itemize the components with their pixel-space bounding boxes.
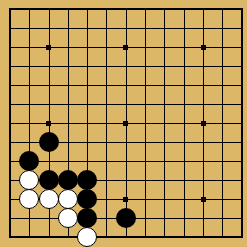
white-stone [39,189,59,209]
grid-cell [204,200,223,219]
grid-cell [50,67,69,86]
grid-cell [30,48,49,67]
grid-cell [146,105,165,124]
grid-cell [11,219,30,236]
grid-cell [69,29,88,48]
grid-cell [204,29,223,48]
grid-cell [50,105,69,124]
grid-cell [146,86,165,105]
grid-cell [30,10,49,29]
grid-cell [165,29,184,48]
star-point [201,197,206,202]
grid-cell [165,124,184,143]
grid-cell [127,86,146,105]
grid-cell [165,162,184,181]
grid-cell [50,48,69,67]
grid-cell [223,48,240,67]
grid-cell [50,86,69,105]
black-stone [39,132,59,152]
grid-cell [223,143,240,162]
grid-cell [165,67,184,86]
grid-cell [165,86,184,105]
grid-cell [88,105,107,124]
grid-cell [127,10,146,29]
grid-cell [30,219,49,236]
grid-cell [107,162,126,181]
grid-cell [146,10,165,29]
grid-cell [204,86,223,105]
grid-cell [146,219,165,236]
grid-cell [204,143,223,162]
grid-cell [223,219,240,236]
grid-cell [165,48,184,67]
grid-cell [127,29,146,48]
grid-cell [11,105,30,124]
grid-cell [223,10,240,29]
grid-cell [69,143,88,162]
grid-cell [69,10,88,29]
grid-cell [11,29,30,48]
star-point [201,121,206,126]
grid-cell [223,181,240,200]
grid-cell [30,86,49,105]
grid-cell [88,143,107,162]
star-point [123,45,128,50]
grid-cell [185,162,204,181]
grid-cell [69,48,88,67]
star-point [123,197,128,202]
grid-cell [204,162,223,181]
grid-cell [11,10,30,29]
black-stone [39,170,59,190]
grid-cell [146,124,165,143]
grid-cell [185,124,204,143]
grid-cell [88,124,107,143]
grid-cell [50,29,69,48]
grid-cell [107,124,126,143]
go-diagram [0,0,247,247]
grid-cell [223,162,240,181]
grid-cell [204,105,223,124]
grid-cell [223,200,240,219]
grid-cell [223,105,240,124]
grid-cell [146,200,165,219]
grid-cell [11,86,30,105]
grid-cell [69,105,88,124]
grid-cell [165,219,184,236]
grid-cell [127,105,146,124]
grid-cell [127,143,146,162]
grid-cell [30,67,49,86]
grid-cell [204,48,223,67]
grid-cell [146,143,165,162]
grid-cell [165,105,184,124]
grid-cell [107,10,126,29]
grid-cell [185,10,204,29]
grid-cell [204,219,223,236]
grid-cell [146,29,165,48]
grid-cell [11,67,30,86]
grid-cell [185,48,204,67]
grid-cell [69,124,88,143]
grid-cell [204,10,223,29]
grid-cell [204,67,223,86]
grid-cell [223,86,240,105]
star-point [46,45,51,50]
grid-cell [50,10,69,29]
grid-cell [146,162,165,181]
grid-cell [146,48,165,67]
grid-cell [146,181,165,200]
grid-cell [69,86,88,105]
star-point [201,45,206,50]
grid-cell [165,181,184,200]
grid-cell [127,48,146,67]
grid-cell [165,143,184,162]
grid-cell [204,181,223,200]
star-point [46,121,51,126]
grid-cell [185,86,204,105]
grid-cell [107,67,126,86]
grid-cell [165,200,184,219]
grid-cell [88,10,107,29]
go-board[interactable] [9,8,243,238]
grid-cell [204,124,223,143]
grid-cell [88,48,107,67]
grid-cell [185,143,204,162]
grid-cell [11,48,30,67]
grid-cell [127,162,146,181]
grid-cell [185,67,204,86]
grid-cell [127,181,146,200]
grid-cell [185,200,204,219]
grid-cell [223,29,240,48]
grid-cell [127,67,146,86]
grid-cell [88,86,107,105]
grid-cell [146,67,165,86]
grid-cell [223,67,240,86]
star-point [123,121,128,126]
grid-cell [88,67,107,86]
white-stone [77,227,97,247]
grid-cell [107,143,126,162]
grid-cell [165,10,184,29]
grid-cell [88,29,107,48]
grid-cell [107,86,126,105]
grid-cell [185,219,204,236]
grid-cell [107,48,126,67]
grid-cell [223,124,240,143]
grid-cell [11,124,30,143]
grid-cell [69,67,88,86]
black-stone [116,208,136,228]
grid-cell [127,124,146,143]
